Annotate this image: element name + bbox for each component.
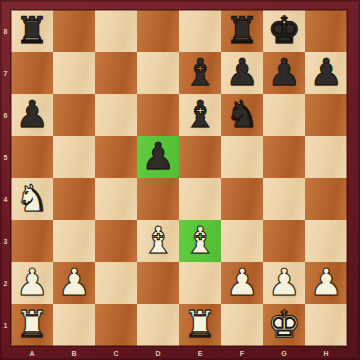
black-rook-a8[interactable]: ♜ — [15, 12, 48, 49]
square-c4[interactable] — [95, 178, 137, 220]
square-a3[interactable] — [11, 220, 53, 262]
file-label-c: C — [95, 346, 137, 360]
rank-label-8: 8 — [0, 10, 11, 52]
square-f8[interactable]: ♜ — [221, 10, 263, 52]
square-a7[interactable] — [11, 52, 53, 94]
square-g4[interactable] — [263, 178, 305, 220]
square-h7[interactable]: ♟ — [305, 52, 347, 94]
rank-label-7: 7 — [0, 52, 11, 94]
square-a4[interactable]: ♞ — [11, 178, 53, 220]
white-pawn-h2[interactable]: ♟ — [309, 264, 342, 301]
square-b4[interactable] — [53, 178, 95, 220]
square-g1[interactable]: ♚ — [263, 304, 305, 346]
black-bishop-e6[interactable]: ♝ — [183, 96, 216, 133]
square-e7[interactable]: ♝ — [179, 52, 221, 94]
square-h3[interactable] — [305, 220, 347, 262]
file-label-b: B — [53, 346, 95, 360]
white-pawn-f2[interactable]: ♟ — [225, 264, 258, 301]
black-rook-f8[interactable]: ♜ — [225, 12, 258, 49]
square-c7[interactable] — [95, 52, 137, 94]
square-g2[interactable]: ♟ — [263, 262, 305, 304]
square-h8[interactable] — [305, 10, 347, 52]
square-a1[interactable]: ♜ — [11, 304, 53, 346]
square-f4[interactable] — [221, 178, 263, 220]
white-bishop-d3[interactable]: ♝ — [141, 222, 174, 259]
rank-label-2: 2 — [0, 262, 11, 304]
white-king-g1[interactable]: ♚ — [267, 306, 300, 343]
file-label-a: A — [11, 346, 53, 360]
black-bishop-e7[interactable]: ♝ — [183, 54, 216, 91]
square-b5[interactable] — [53, 136, 95, 178]
square-d7[interactable] — [137, 52, 179, 94]
square-f2[interactable]: ♟ — [221, 262, 263, 304]
square-c5[interactable] — [95, 136, 137, 178]
square-e1[interactable]: ♜ — [179, 304, 221, 346]
square-h1[interactable] — [305, 304, 347, 346]
square-e4[interactable] — [179, 178, 221, 220]
square-a6[interactable]: ♟ — [11, 94, 53, 136]
square-d8[interactable] — [137, 10, 179, 52]
white-knight-a4[interactable]: ♞ — [15, 180, 48, 217]
square-e5[interactable] — [179, 136, 221, 178]
square-f1[interactable] — [221, 304, 263, 346]
square-c8[interactable] — [95, 10, 137, 52]
rank-label-5: 5 — [0, 136, 11, 178]
square-f3[interactable] — [221, 220, 263, 262]
file-label-g: G — [263, 346, 305, 360]
square-b2[interactable]: ♟ — [53, 262, 95, 304]
square-g7[interactable]: ♟ — [263, 52, 305, 94]
white-pawn-b2[interactable]: ♟ — [57, 264, 90, 301]
white-rook-a1[interactable]: ♜ — [15, 306, 48, 343]
square-g8[interactable]: ♚ — [263, 10, 305, 52]
black-pawn-g7[interactable]: ♟ — [267, 54, 300, 91]
square-b8[interactable] — [53, 10, 95, 52]
white-pawn-g2[interactable]: ♟ — [267, 264, 300, 301]
white-pawn-a2[interactable]: ♟ — [15, 264, 48, 301]
square-f6[interactable]: ♞ — [221, 94, 263, 136]
square-e6[interactable]: ♝ — [179, 94, 221, 136]
square-g6[interactable] — [263, 94, 305, 136]
chess-board-frame: 8♜♜♚7♝♟♟♟6♟♝♞5♟4♞3♝♝2♟♟♟♟♟1♜♜♚ABCDEFGH — [0, 0, 360, 360]
black-pawn-f7[interactable]: ♟ — [225, 54, 258, 91]
square-d3[interactable]: ♝ — [137, 220, 179, 262]
square-d1[interactable] — [137, 304, 179, 346]
square-h4[interactable] — [305, 178, 347, 220]
square-a8[interactable]: ♜ — [11, 10, 53, 52]
square-d2[interactable] — [137, 262, 179, 304]
rank-label-3: 3 — [0, 220, 11, 262]
square-c2[interactable] — [95, 262, 137, 304]
black-pawn-d5[interactable]: ♟ — [141, 138, 174, 175]
square-h5[interactable] — [305, 136, 347, 178]
square-d5[interactable]: ♟ — [137, 136, 179, 178]
square-g3[interactable] — [263, 220, 305, 262]
square-a5[interactable] — [11, 136, 53, 178]
square-d4[interactable] — [137, 178, 179, 220]
square-f5[interactable] — [221, 136, 263, 178]
black-king-g8[interactable]: ♚ — [267, 12, 300, 49]
square-c6[interactable] — [95, 94, 137, 136]
square-a2[interactable]: ♟ — [11, 262, 53, 304]
square-d6[interactable] — [137, 94, 179, 136]
square-e8[interactable] — [179, 10, 221, 52]
square-b6[interactable] — [53, 94, 95, 136]
white-bishop-e3[interactable]: ♝ — [183, 222, 216, 259]
square-f7[interactable]: ♟ — [221, 52, 263, 94]
file-label-d: D — [137, 346, 179, 360]
square-b1[interactable] — [53, 304, 95, 346]
white-rook-e1[interactable]: ♜ — [183, 306, 216, 343]
file-label-h: H — [305, 346, 347, 360]
black-knight-f6[interactable]: ♞ — [225, 96, 258, 133]
square-c3[interactable] — [95, 220, 137, 262]
black-pawn-a6[interactable]: ♟ — [15, 96, 48, 133]
square-h2[interactable]: ♟ — [305, 262, 347, 304]
rank-label-1: 1 — [0, 304, 11, 346]
black-pawn-h7[interactable]: ♟ — [309, 54, 342, 91]
square-e2[interactable] — [179, 262, 221, 304]
square-e3[interactable]: ♝ — [179, 220, 221, 262]
square-g5[interactable] — [263, 136, 305, 178]
file-label-e: E — [179, 346, 221, 360]
square-b3[interactable] — [53, 220, 95, 262]
square-b7[interactable] — [53, 52, 95, 94]
rank-label-6: 6 — [0, 94, 11, 136]
file-label-f: F — [221, 346, 263, 360]
square-c1[interactable] — [95, 304, 137, 346]
square-h6[interactable] — [305, 94, 347, 136]
rank-label-4: 4 — [0, 178, 11, 220]
